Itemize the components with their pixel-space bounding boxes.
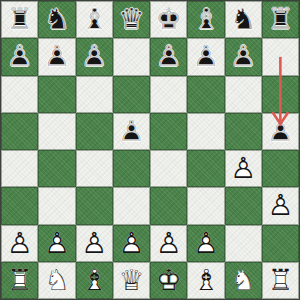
square-c6[interactable] [76,76,113,113]
square-a2[interactable]: ♟♙ [1,225,38,262]
square-d8[interactable]: ♛♕ [113,1,150,38]
square-h7[interactable] [262,38,299,75]
square-f6[interactable] [187,76,224,113]
pawn-glyph-fill: ♟ [262,187,299,224]
square-c5[interactable] [76,113,113,150]
piece-black-pawn[interactable]: ♟♙ [1,38,38,75]
square-d5[interactable]: ♟♙ [113,113,150,150]
piece-white-rook[interactable]: ♜♖ [1,262,38,299]
pawn-glyph-outline: ♙ [1,38,38,75]
rook-glyph-fill: ♜ [262,262,299,299]
rook-glyph-fill: ♜ [262,1,299,38]
knight-glyph-outline: ♘ [38,1,75,38]
square-g1[interactable]: ♞♘ [225,262,262,299]
king-glyph-outline: ♔ [150,262,187,299]
square-h2[interactable] [262,225,299,262]
pawn-glyph-fill: ♟ [1,38,38,75]
square-c4[interactable] [76,150,113,187]
rook-glyph-outline: ♖ [262,1,299,38]
knight-glyph-fill: ♞ [225,1,262,38]
square-g2[interactable] [225,225,262,262]
piece-white-pawn[interactable]: ♟♙ [262,187,299,224]
pawn-glyph-fill: ♟ [38,225,75,262]
piece-white-bishop[interactable]: ♝♗ [76,262,113,299]
bishop-glyph-outline: ♗ [187,1,224,38]
square-b2[interactable]: ♟♙ [38,225,75,262]
pawn-glyph-outline: ♙ [262,187,299,224]
square-e7[interactable]: ♟♙ [150,38,187,75]
piece-black-knight[interactable]: ♞♘ [225,1,262,38]
knight-glyph-outline: ♘ [225,262,262,299]
piece-black-pawn[interactable]: ♟♙ [150,38,187,75]
pawn-glyph-fill: ♟ [262,113,299,150]
pawn-glyph-fill: ♟ [38,38,75,75]
pawn-glyph-fill: ♟ [225,38,262,75]
queen-glyph-fill: ♛ [113,1,150,38]
pawn-glyph-outline: ♙ [150,38,187,75]
square-c1[interactable]: ♝♗ [76,262,113,299]
queen-glyph-outline: ♕ [113,1,150,38]
pawn-glyph-fill: ♟ [76,225,113,262]
king-glyph-fill: ♚ [150,1,187,38]
rook-glyph-fill: ♜ [1,1,38,38]
square-e4[interactable] [150,150,187,187]
pawn-glyph-outline: ♙ [150,225,187,262]
pawn-glyph-outline: ♙ [225,150,262,187]
chess-board: ♜♖♞♘♝♗♛♕♚♔♝♗♞♘♜♖♟♙♟♙♟♙♟♙♟♙♟♙♟♙♟♙♟♙♟♙♟♙♟♙… [0,0,300,300]
square-h5[interactable]: ♟♙ [262,113,299,150]
square-e6[interactable] [150,76,187,113]
square-d2[interactable]: ♟♙ [113,225,150,262]
bishop-glyph-outline: ♗ [76,262,113,299]
rook-glyph-outline: ♖ [1,1,38,38]
king-glyph-fill: ♚ [150,262,187,299]
square-f4[interactable] [187,150,224,187]
bishop-glyph-fill: ♝ [187,262,224,299]
pawn-glyph-fill: ♟ [187,225,224,262]
piece-black-king[interactable]: ♚♔ [150,1,187,38]
pawn-glyph-outline: ♙ [262,113,299,150]
piece-white-pawn[interactable]: ♟♙ [187,225,224,262]
square-a4[interactable] [1,150,38,187]
square-e8[interactable]: ♚♔ [150,1,187,38]
square-f3[interactable] [187,187,224,224]
square-g7[interactable]: ♟♙ [225,38,262,75]
pawn-glyph-outline: ♙ [76,38,113,75]
piece-black-pawn[interactable]: ♟♙ [225,38,262,75]
pawn-glyph-fill: ♟ [76,38,113,75]
bishop-glyph-fill: ♝ [76,262,113,299]
piece-white-pawn[interactable]: ♟♙ [150,225,187,262]
square-e3[interactable] [150,187,187,224]
knight-glyph-fill: ♞ [38,1,75,38]
piece-white-queen[interactable]: ♛♕ [113,262,150,299]
square-f1[interactable]: ♝♗ [187,262,224,299]
bishop-glyph-fill: ♝ [187,1,224,38]
bishop-glyph-fill: ♝ [76,1,113,38]
piece-white-pawn[interactable]: ♟♙ [38,225,75,262]
pawn-glyph-outline: ♙ [1,225,38,262]
piece-black-pawn[interactable]: ♟♙ [38,38,75,75]
piece-white-pawn[interactable]: ♟♙ [225,150,262,187]
square-h1[interactable]: ♜♖ [262,262,299,299]
piece-white-rook[interactable]: ♜♖ [262,262,299,299]
queen-glyph-outline: ♕ [113,262,150,299]
pawn-glyph-outline: ♙ [38,38,75,75]
piece-white-pawn[interactable]: ♟♙ [1,225,38,262]
square-h6[interactable] [262,76,299,113]
rook-glyph-fill: ♜ [1,262,38,299]
pawn-glyph-fill: ♟ [1,225,38,262]
rook-glyph-outline: ♖ [1,262,38,299]
bishop-glyph-outline: ♗ [187,262,224,299]
piece-black-pawn[interactable]: ♟♙ [113,113,150,150]
piece-white-king[interactable]: ♚♔ [150,262,187,299]
pawn-glyph-fill: ♟ [150,225,187,262]
square-h3[interactable]: ♟♙ [262,187,299,224]
square-d6[interactable] [113,76,150,113]
pawn-glyph-outline: ♙ [113,225,150,262]
square-a7[interactable]: ♟♙ [1,38,38,75]
piece-black-pawn[interactable]: ♟♙ [187,38,224,75]
square-g4[interactable]: ♟♙ [225,150,262,187]
pawn-glyph-outline: ♙ [38,225,75,262]
square-g3[interactable] [225,187,262,224]
pawn-glyph-outline: ♙ [187,225,224,262]
square-c7[interactable]: ♟♙ [76,38,113,75]
square-c2[interactable]: ♟♙ [76,225,113,262]
square-f8[interactable]: ♝♗ [187,1,224,38]
square-b8[interactable]: ♞♘ [38,1,75,38]
square-b3[interactable] [38,187,75,224]
piece-black-pawn[interactable]: ♟♙ [262,113,299,150]
knight-glyph-fill: ♞ [225,262,262,299]
rook-glyph-outline: ♖ [262,262,299,299]
piece-black-rook[interactable]: ♜♖ [1,1,38,38]
square-a8[interactable]: ♜♖ [1,1,38,38]
pawn-glyph-outline: ♙ [187,38,224,75]
pawn-glyph-outline: ♙ [76,225,113,262]
square-e2[interactable]: ♟♙ [150,225,187,262]
piece-black-knight[interactable]: ♞♘ [38,1,75,38]
square-g5[interactable] [225,113,262,150]
bishop-glyph-outline: ♗ [76,1,113,38]
piece-white-bishop[interactable]: ♝♗ [187,262,224,299]
piece-black-rook[interactable]: ♜♖ [262,1,299,38]
queen-glyph-fill: ♛ [113,262,150,299]
pawn-glyph-fill: ♟ [150,38,187,75]
square-a5[interactable] [1,113,38,150]
square-f7[interactable]: ♟♙ [187,38,224,75]
piece-black-bishop[interactable]: ♝♗ [76,1,113,38]
square-d7[interactable] [113,38,150,75]
square-g6[interactable] [225,76,262,113]
square-h8[interactable]: ♜♖ [262,1,299,38]
square-b4[interactable] [38,150,75,187]
square-a3[interactable] [1,187,38,224]
square-b5[interactable] [38,113,75,150]
square-c8[interactable]: ♝♗ [76,1,113,38]
square-d1[interactable]: ♛♕ [113,262,150,299]
pawn-glyph-outline: ♙ [225,38,262,75]
square-e5[interactable] [150,113,187,150]
pawn-glyph-fill: ♟ [225,150,262,187]
square-e1[interactable]: ♚♔ [150,262,187,299]
square-d3[interactable] [113,187,150,224]
knight-glyph-outline: ♘ [225,1,262,38]
square-f5[interactable] [187,113,224,150]
piece-white-knight[interactable]: ♞♘ [225,262,262,299]
square-a6[interactable] [1,76,38,113]
piece-white-pawn[interactable]: ♟♙ [113,225,150,262]
pawn-glyph-fill: ♟ [113,225,150,262]
knight-glyph-fill: ♞ [38,262,75,299]
piece-white-knight[interactable]: ♞♘ [38,262,75,299]
king-glyph-outline: ♔ [150,1,187,38]
piece-black-pawn[interactable]: ♟♙ [76,38,113,75]
square-b7[interactable]: ♟♙ [38,38,75,75]
square-b6[interactable] [38,76,75,113]
piece-black-bishop[interactable]: ♝♗ [187,1,224,38]
pawn-glyph-fill: ♟ [113,113,150,150]
square-c3[interactable] [76,187,113,224]
piece-white-pawn[interactable]: ♟♙ [76,225,113,262]
piece-black-queen[interactable]: ♛♕ [113,1,150,38]
pawn-glyph-fill: ♟ [187,38,224,75]
square-b1[interactable]: ♞♘ [38,262,75,299]
square-a1[interactable]: ♜♖ [1,262,38,299]
knight-glyph-outline: ♘ [38,262,75,299]
pawn-glyph-outline: ♙ [113,113,150,150]
square-g8[interactable]: ♞♘ [225,1,262,38]
square-d4[interactable] [113,150,150,187]
square-f2[interactable]: ♟♙ [187,225,224,262]
square-h4[interactable] [262,150,299,187]
